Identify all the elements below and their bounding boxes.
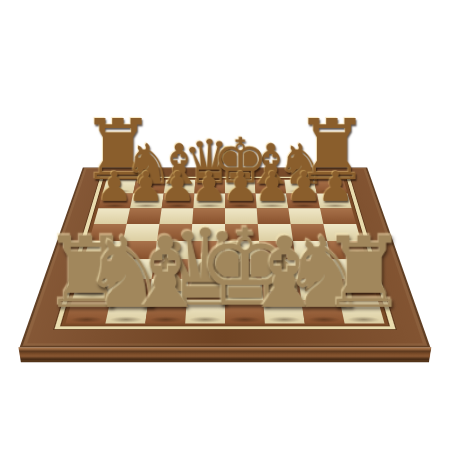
chess-set-photo: ♜♞♝♛♚♝♞♜♟♟♟♟♟♟♟♟♟♟♟♟♟♟♟♟♜♞♝♛♚♝♞♜ — [0, 0, 450, 450]
square-h1[interactable]: ♜ — [340, 300, 385, 323]
board-front-edge — [18, 347, 431, 362]
square-c1[interactable]: ♝ — [145, 300, 187, 323]
board-3d-wrapper: ♜♞♝♛♚♝♞♜♟♟♟♟♟♟♟♟♟♟♟♟♟♟♟♟♜♞♝♛♚♝♞♜ — [20, 167, 431, 347]
square-h7[interactable]: ♟ — [317, 193, 352, 208]
white-rook[interactable]: ♜ — [320, 224, 408, 322]
board-inlay-border: ♜♞♝♛♚♝♞♜♟♟♟♟♟♟♟♟♟♟♟♟♟♟♟♟♜♞♝♛♚♝♞♜ — [54, 177, 395, 330]
board-frame: ♜♞♝♛♚♝♞♜♟♟♟♟♟♟♟♟♟♟♟♟♟♟♟♟♜♞♝♛♚♝♞♜ — [20, 167, 431, 347]
white-bishop[interactable]: ♝ — [121, 224, 209, 322]
black-pawn[interactable]: ♟ — [317, 166, 354, 207]
chess-board: ♜♞♝♛♚♝♞♜♟♟♟♟♟♟♟♟♟♟♟♟♟♟♟♟♜♞♝♛♚♝♞♜ — [66, 180, 385, 324]
